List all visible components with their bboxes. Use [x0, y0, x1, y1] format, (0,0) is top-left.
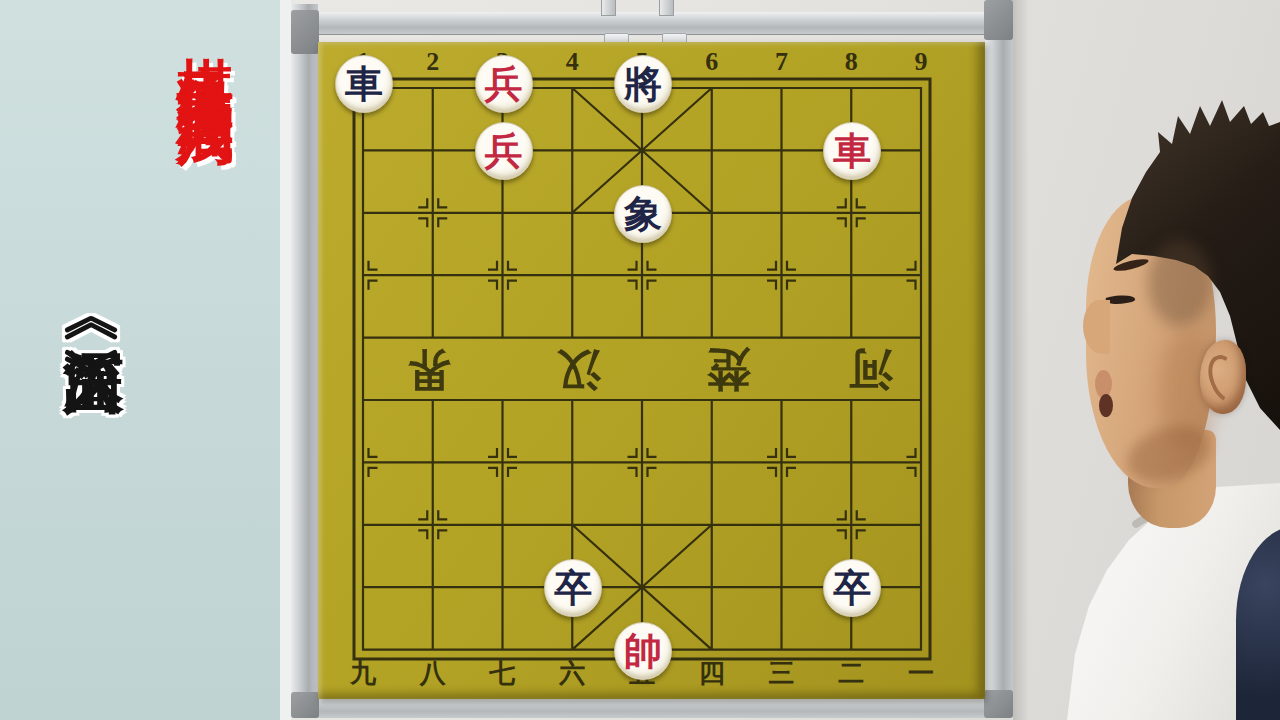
- channel-title: 棋疯子象棋江湖残局: [166, 12, 243, 597]
- river-character-3: 楚: [703, 343, 755, 395]
- file-label-bottom-2: 八: [417, 659, 449, 689]
- file-label-top-8: 8: [835, 47, 867, 77]
- piece-black-elephant[interactable]: 象: [614, 185, 672, 243]
- frame-corner-top-right: [984, 0, 1013, 40]
- file-label-bottom-1: 九: [347, 659, 379, 689]
- file-label-bottom-8: 二: [835, 659, 867, 689]
- file-label-bottom-3: 七: [487, 659, 519, 689]
- piece-black-general[interactable]: 將: [614, 55, 672, 113]
- file-label-top-4: 4: [556, 47, 588, 77]
- file-label-top-2: 2: [417, 47, 449, 77]
- piece-red-soldier[interactable]: 兵: [475, 122, 533, 180]
- piece-red-soldier[interactable]: 兵: [475, 55, 533, 113]
- frame-corner-top-left: [291, 10, 319, 54]
- file-label-top-7: 7: [766, 47, 798, 77]
- xiangqi-board-mat: 123456789九八七六五四三二一界汉楚河車兵將兵車象卒卒帥: [318, 42, 985, 699]
- mouth: [1099, 394, 1113, 417]
- piece-red-general[interactable]: 帥: [614, 622, 672, 680]
- file-label-bottom-4: 六: [556, 659, 588, 689]
- frame-corner-bottom-right: [984, 690, 1013, 718]
- river-character-1: 界: [403, 343, 455, 395]
- video-frame: 棋疯子象棋江湖残局 《深入简出》 123456789九八七六五四三二一界汉楚河車…: [0, 0, 1280, 720]
- frame-rail-left: [291, 4, 318, 718]
- river-character-4: 河: [845, 343, 897, 395]
- frame-shadow: [1013, 0, 1029, 720]
- frame-rail-right: [985, 0, 1013, 716]
- frame-rail-top: [308, 12, 995, 35]
- file-label-bottom-7: 三: [766, 659, 798, 689]
- file-label-bottom-9: 一: [905, 659, 937, 689]
- piece-black-chariot[interactable]: 車: [335, 55, 393, 113]
- frame-corner-bottom-left: [291, 692, 319, 718]
- file-label-top-6: 6: [696, 47, 728, 77]
- river-character-2: 汉: [553, 343, 605, 395]
- file-label-top-9: 9: [905, 47, 937, 77]
- file-label-bottom-6: 四: [696, 659, 728, 689]
- hanger-hook-right: [659, 0, 674, 16]
- temple-shadow: [1148, 240, 1212, 326]
- hanger-hook-left: [601, 0, 616, 16]
- series-title: 《深入简出》: [52, 298, 134, 633]
- banner-edge: [280, 0, 291, 720]
